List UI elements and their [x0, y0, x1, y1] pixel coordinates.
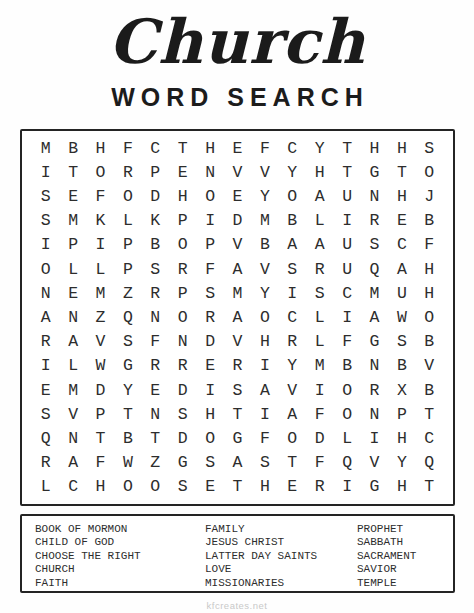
grid-cell-r11c14: X: [388, 378, 415, 402]
grid-cell-r5c2: P: [59, 233, 86, 257]
grid-cell-r1c6: T: [169, 136, 196, 160]
grid-cell-r7c1: N: [32, 281, 59, 305]
grid-cell-r15c5: O: [142, 475, 169, 499]
grid-cell-r1c11: Y: [306, 136, 333, 160]
grid-cell-r6c15: H: [416, 257, 443, 281]
grid-cell-r5c13: S: [361, 233, 388, 257]
grid-cell-r11c13: R: [361, 378, 388, 402]
grid-cell-r3c3: F: [87, 184, 114, 208]
grid-cell-r2c1: I: [32, 160, 59, 184]
grid-cell-r1c3: H: [87, 136, 114, 160]
grid-cell-r7c5: R: [142, 281, 169, 305]
grid-cell-r15c3: H: [87, 475, 114, 499]
grid-cell-r11c11: I: [306, 378, 333, 402]
grid-cell-r5c8: V: [224, 233, 251, 257]
grid-cell-r14c12: Q: [333, 451, 360, 475]
grid-cell-r4c12: I: [333, 209, 360, 233]
grid-cell-r12c6: S: [169, 402, 196, 426]
grid-cell-r12c15: T: [416, 402, 443, 426]
grid-cell-r11c3: D: [87, 378, 114, 402]
grid-cell-r14c3: F: [87, 451, 114, 475]
grid-cell-r8c4: Q: [114, 305, 141, 329]
grid-cell-r1c1: M: [32, 136, 59, 160]
grid-cell-r6c12: U: [333, 257, 360, 281]
grid-cell-r11c15: B: [416, 378, 443, 402]
grid-cell-r15c12: I: [333, 475, 360, 499]
grid-cell-r14c9: S: [251, 451, 278, 475]
grid-cell-r13c14: H: [388, 426, 415, 450]
grid-cell-r6c7: F: [196, 257, 223, 281]
grid-cell-r1c14: H: [388, 136, 415, 160]
grid-cell-r13c7: O: [196, 426, 223, 450]
grid-cell-r12c13: N: [361, 402, 388, 426]
grid-cell-r12c1: S: [32, 402, 59, 426]
page-title: Church: [0, 2, 474, 82]
grid-cell-r15c8: T: [224, 475, 251, 499]
grid-cell-r11c5: E: [142, 378, 169, 402]
grid-cell-r10c9: I: [251, 354, 278, 378]
grid-cell-r5c15: F: [416, 233, 443, 257]
grid-cell-r4c5: K: [142, 209, 169, 233]
grid-cell-r11c8: S: [224, 378, 251, 402]
grid-cell-r7c10: I: [279, 281, 306, 305]
grid-cell-r12c8: T: [224, 402, 251, 426]
grid-cell-r15c6: S: [169, 475, 196, 499]
grid-cell-r7c12: C: [333, 281, 360, 305]
grid-cell-r11c6: D: [169, 378, 196, 402]
grid-cell-r9c5: F: [142, 330, 169, 354]
grid-cell-r2c7: N: [196, 160, 223, 184]
grid-cell-r15c1: L: [32, 475, 59, 499]
grid-cell-r10c14: B: [388, 354, 415, 378]
word-item-choose-the-right: CHOOSE THE RIGHT: [35, 550, 205, 563]
grid-cell-r3c5: D: [142, 184, 169, 208]
grid-cell-r6c13: Q: [361, 257, 388, 281]
grid-cell-r4c2: M: [59, 209, 86, 233]
grid-cell-r6c2: L: [59, 257, 86, 281]
grid-cell-r4c3: K: [87, 209, 114, 233]
grid-cell-r7c15: H: [416, 281, 443, 305]
grid-cell-r9c15: B: [416, 330, 443, 354]
grid-cell-r9c4: S: [114, 330, 141, 354]
grid-cell-r6c8: A: [224, 257, 251, 281]
grid-cell-r2c2: T: [59, 160, 86, 184]
grid-cell-r5c14: C: [388, 233, 415, 257]
grid-cell-r5c5: B: [142, 233, 169, 257]
word-item-prophet: PROPHET: [357, 523, 453, 536]
grid-cell-r13c10: O: [279, 426, 306, 450]
grid-cell-r8c2: N: [59, 305, 86, 329]
grid-cell-r1c5: C: [142, 136, 169, 160]
grid-cell-r8c12: I: [333, 305, 360, 329]
grid-cell-r5c6: O: [169, 233, 196, 257]
grid-cell-r1c9: F: [251, 136, 278, 160]
grid-cell-r4c8: D: [224, 209, 251, 233]
grid-cell-r11c2: M: [59, 378, 86, 402]
grid-cell-r7c6: P: [169, 281, 196, 305]
grid-cell-r6c10: S: [279, 257, 306, 281]
grid-cell-r10c3: W: [87, 354, 114, 378]
grid-cell-r15c2: C: [59, 475, 86, 499]
grid-cell-r9c13: G: [361, 330, 388, 354]
grid-cell-r1c2: B: [59, 136, 86, 160]
grid-cell-r6c5: S: [142, 257, 169, 281]
grid-cell-r11c12: O: [333, 378, 360, 402]
grid-cell-r11c4: Y: [114, 378, 141, 402]
grid-cell-r12c10: A: [279, 402, 306, 426]
grid-cell-r7c4: Z: [114, 281, 141, 305]
grid-cell-r3c13: N: [361, 184, 388, 208]
footer-credit: kfcreates.net: [0, 600, 474, 611]
grid-cell-r7c13: M: [361, 281, 388, 305]
word-list-column-2: FAMILYJESUS CHRISTLATTER DAY SAINTSLOVEM…: [205, 523, 357, 590]
grid-cell-r2c12: T: [333, 160, 360, 184]
word-item-book-of-mormon: BOOK OF MORMON: [35, 523, 205, 536]
grid-cell-r8c5: N: [142, 305, 169, 329]
grid-cell-r4c1: S: [32, 209, 59, 233]
grid-cell-r14c15: Q: [416, 451, 443, 475]
grid-cell-r6c9: V: [251, 257, 278, 281]
grid-cell-r14c13: V: [361, 451, 388, 475]
grid-cell-r14c11: F: [306, 451, 333, 475]
grid-cell-r12c4: T: [114, 402, 141, 426]
grid-cell-r12c2: V: [59, 402, 86, 426]
grid-cell-r2c10: Y: [279, 160, 306, 184]
word-item-temple: TEMPLE: [357, 577, 453, 590]
puzzle-grid-box: MBHFCTHEFCYTHHSITORPENVVYHTGTOSEFODHOEYO…: [20, 129, 455, 506]
grid-cell-r4c4: L: [114, 209, 141, 233]
grid-cell-r4c7: I: [196, 209, 223, 233]
grid-cell-r8c14: W: [388, 305, 415, 329]
grid-cell-r14c8: A: [224, 451, 251, 475]
grid-cell-r9c1: R: [32, 330, 59, 354]
grid-cell-r11c7: I: [196, 378, 223, 402]
grid-cell-r10c4: G: [114, 354, 141, 378]
grid-cell-r8c10: C: [279, 305, 306, 329]
grid-cell-r5c1: I: [32, 233, 59, 257]
grid-cell-r10c11: M: [306, 354, 333, 378]
grid-cell-r12c3: P: [87, 402, 114, 426]
grid-cell-r13c1: Q: [32, 426, 59, 450]
grid-cell-r10c13: N: [361, 354, 388, 378]
grid-cell-r4c13: R: [361, 209, 388, 233]
grid-cell-r8c15: O: [416, 305, 443, 329]
grid-cell-r14c7: S: [196, 451, 223, 475]
grid-cell-r15c7: E: [196, 475, 223, 499]
grid-cell-r3c14: H: [388, 184, 415, 208]
grid-cell-r3c8: E: [224, 184, 251, 208]
grid-cell-r3c15: J: [416, 184, 443, 208]
grid-cell-r3c9: Y: [251, 184, 278, 208]
grid-cell-r3c4: O: [114, 184, 141, 208]
grid-cell-r9c3: V: [87, 330, 114, 354]
grid-cell-r8c7: R: [196, 305, 223, 329]
grid-cell-r7c9: Y: [251, 281, 278, 305]
word-list-box: BOOK OF MORMONCHILD OF GODCHOOSE THE RIG…: [20, 514, 455, 593]
grid-cell-r4c11: L: [306, 209, 333, 233]
grid-cell-r7c3: M: [87, 281, 114, 305]
grid-cell-r9c8: V: [224, 330, 251, 354]
grid-cell-r15c10: E: [279, 475, 306, 499]
grid-cell-r15c9: H: [251, 475, 278, 499]
grid-cell-r8c8: A: [224, 305, 251, 329]
grid-cell-r13c11: D: [306, 426, 333, 450]
grid-cell-r6c6: R: [169, 257, 196, 281]
grid-cell-r10c5: R: [142, 354, 169, 378]
grid-cell-r5c3: I: [87, 233, 114, 257]
grid-cell-r10c8: R: [224, 354, 251, 378]
grid-cell-r13c4: B: [114, 426, 141, 450]
grid-cell-r12c7: H: [196, 402, 223, 426]
grid-cell-r15c11: R: [306, 475, 333, 499]
grid-cell-r3c7: O: [196, 184, 223, 208]
grid-cell-r6c3: L: [87, 257, 114, 281]
grid-cell-r6c14: A: [388, 257, 415, 281]
grid-cell-r6c4: P: [114, 257, 141, 281]
grid-cell-r13c15: C: [416, 426, 443, 450]
word-item-faith: FAITH: [35, 577, 205, 590]
grid-cell-r4c6: P: [169, 209, 196, 233]
grid-cell-r1c12: T: [333, 136, 360, 160]
grid-cell-r1c13: H: [361, 136, 388, 160]
grid-cell-r2c4: R: [114, 160, 141, 184]
grid-cell-r13c3: T: [87, 426, 114, 450]
grid-cell-r4c14: E: [388, 209, 415, 233]
grid-cell-r2c13: G: [361, 160, 388, 184]
grid-cell-r1c4: F: [114, 136, 141, 160]
word-item-family: FAMILY: [205, 523, 357, 536]
grid-cell-r4c9: M: [251, 209, 278, 233]
grid-cell-r4c10: B: [279, 209, 306, 233]
word-item-sacrament: SACRAMENT: [357, 550, 453, 563]
grid-cell-r7c2: E: [59, 281, 86, 305]
grid-cell-r13c5: T: [142, 426, 169, 450]
grid-cell-r3c6: H: [169, 184, 196, 208]
grid-cell-r15c4: O: [114, 475, 141, 499]
grid-cell-r12c14: P: [388, 402, 415, 426]
grid-cell-r2c15: O: [416, 160, 443, 184]
grid-cell-r2c5: P: [142, 160, 169, 184]
grid-cell-r12c11: F: [306, 402, 333, 426]
grid-cell-r5c11: A: [306, 233, 333, 257]
grid-cell-r3c2: E: [59, 184, 86, 208]
grid-cell-r6c11: R: [306, 257, 333, 281]
grid-cell-r13c9: F: [251, 426, 278, 450]
grid-cell-r9c6: N: [169, 330, 196, 354]
grid-cell-r9c7: D: [196, 330, 223, 354]
grid-cell-r10c15: V: [416, 354, 443, 378]
grid-cell-r9c2: A: [59, 330, 86, 354]
grid-cell-r3c1: S: [32, 184, 59, 208]
grid-cell-r14c10: T: [279, 451, 306, 475]
grid-cell-r12c5: N: [142, 402, 169, 426]
grid-cell-r12c9: I: [251, 402, 278, 426]
grid-cell-r11c9: A: [251, 378, 278, 402]
grid-cell-r9c10: R: [279, 330, 306, 354]
grid-cell-r8c1: A: [32, 305, 59, 329]
grid-cell-r5c9: B: [251, 233, 278, 257]
word-item-church: CHURCH: [35, 563, 205, 576]
word-item-latter-day-saints: LATTER DAY SAINTS: [205, 550, 357, 563]
grid-cell-r2c6: E: [169, 160, 196, 184]
grid-cell-r9c14: S: [388, 330, 415, 354]
grid-cell-r3c12: U: [333, 184, 360, 208]
word-item-child-of-god: CHILD OF GOD: [35, 536, 205, 549]
worksheet-page: Church WORD SEARCH MBHFCTHEFCYTHHSITORPE…: [0, 0, 474, 613]
grid-cell-r7c8: M: [224, 281, 251, 305]
grid-cell-r13c12: L: [333, 426, 360, 450]
grid-cell-r2c11: H: [306, 160, 333, 184]
grid-cell-r15c13: G: [361, 475, 388, 499]
grid-cell-r14c14: Y: [388, 451, 415, 475]
grid-cell-r10c10: Y: [279, 354, 306, 378]
grid-cell-r8c9: O: [251, 305, 278, 329]
grid-cell-r1c7: H: [196, 136, 223, 160]
grid-cell-r14c1: R: [32, 451, 59, 475]
grid-cell-r6c1: O: [32, 257, 59, 281]
grid-cell-r10c2: L: [59, 354, 86, 378]
grid-cell-r13c6: D: [169, 426, 196, 450]
grid-cell-r14c2: A: [59, 451, 86, 475]
grid-cell-r15c15: T: [416, 475, 443, 499]
grid-cell-r9c11: L: [306, 330, 333, 354]
grid-cell-r2c14: T: [388, 160, 415, 184]
grid-cell-r2c8: V: [224, 160, 251, 184]
word-item-missionaries: MISSIONARIES: [205, 577, 357, 590]
letter-grid: MBHFCTHEFCYTHHSITORPENVVYHTGTOSEFODHOEYO…: [32, 136, 443, 499]
word-list-column-3: PROPHETSABBATHSACRAMENTSAVIORTEMPLE: [357, 523, 453, 590]
grid-cell-r3c10: O: [279, 184, 306, 208]
word-item-sabbath: SABBATH: [357, 536, 453, 549]
grid-cell-r8c3: Z: [87, 305, 114, 329]
grid-cell-r7c11: S: [306, 281, 333, 305]
word-item-savior: SAVIOR: [357, 563, 453, 576]
grid-cell-r14c6: G: [169, 451, 196, 475]
grid-cell-r2c3: O: [87, 160, 114, 184]
grid-cell-r10c7: E: [196, 354, 223, 378]
grid-cell-r10c12: B: [333, 354, 360, 378]
grid-cell-r1c15: S: [416, 136, 443, 160]
grid-cell-r15c14: H: [388, 475, 415, 499]
grid-cell-r11c1: E: [32, 378, 59, 402]
grid-cell-r5c4: P: [114, 233, 141, 257]
grid-cell-r14c5: Z: [142, 451, 169, 475]
grid-cell-r8c6: O: [169, 305, 196, 329]
grid-cell-r9c9: H: [251, 330, 278, 354]
grid-cell-r7c7: S: [196, 281, 223, 305]
grid-cell-r13c2: N: [59, 426, 86, 450]
grid-cell-r14c4: W: [114, 451, 141, 475]
grid-cell-r5c10: A: [279, 233, 306, 257]
grid-cell-r11c10: V: [279, 378, 306, 402]
word-item-love: LOVE: [205, 563, 357, 576]
grid-cell-r13c13: I: [361, 426, 388, 450]
grid-cell-r9c12: F: [333, 330, 360, 354]
grid-cell-r4c15: B: [416, 209, 443, 233]
grid-cell-r3c11: A: [306, 184, 333, 208]
word-item-jesus-christ: JESUS CHRIST: [205, 536, 357, 549]
grid-cell-r8c13: A: [361, 305, 388, 329]
grid-cell-r13c8: G: [224, 426, 251, 450]
grid-cell-r10c1: I: [32, 354, 59, 378]
grid-cell-r1c10: C: [279, 136, 306, 160]
grid-cell-r7c14: U: [388, 281, 415, 305]
grid-cell-r1c8: E: [224, 136, 251, 160]
grid-cell-r5c12: U: [333, 233, 360, 257]
page-subtitle: WORD SEARCH: [0, 83, 474, 112]
grid-cell-r2c9: V: [251, 160, 278, 184]
word-list-column-1: BOOK OF MORMONCHILD OF GODCHOOSE THE RIG…: [35, 523, 205, 590]
grid-cell-r8c11: L: [306, 305, 333, 329]
grid-cell-r12c12: O: [333, 402, 360, 426]
grid-cell-r5c7: P: [196, 233, 223, 257]
grid-cell-r10c6: R: [169, 354, 196, 378]
